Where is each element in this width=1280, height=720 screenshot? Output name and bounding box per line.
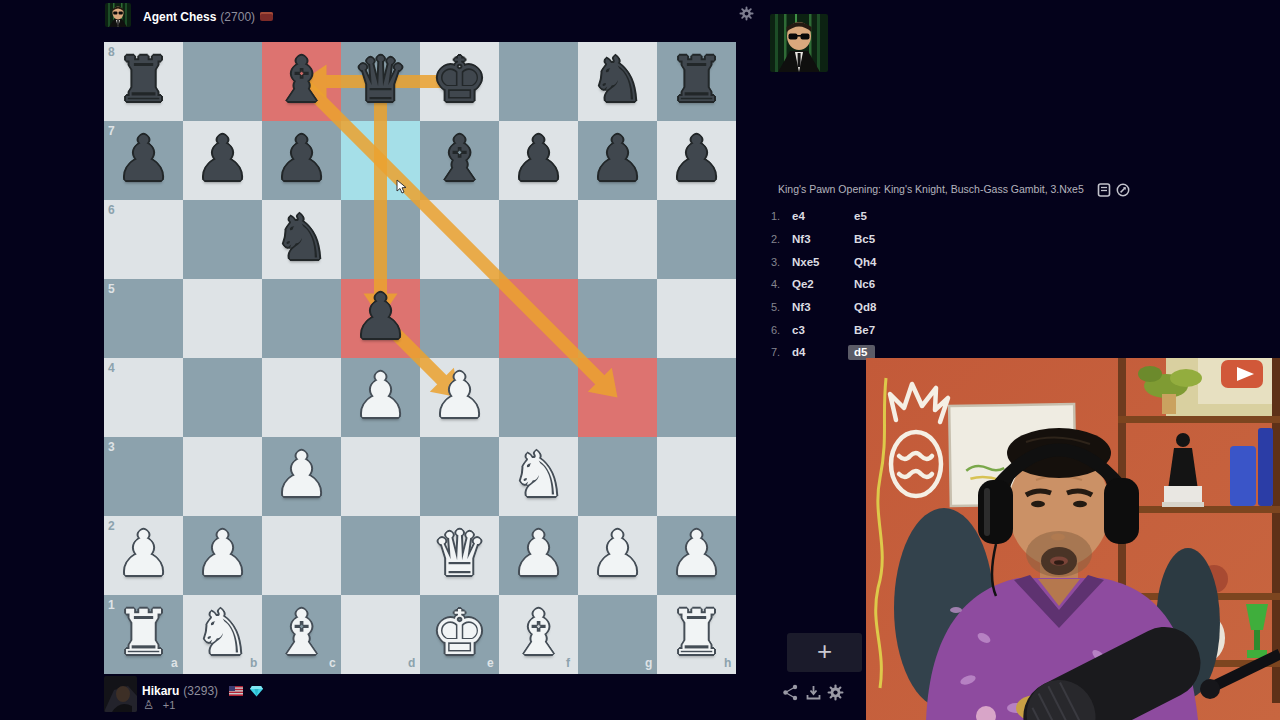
square-h4[interactable] <box>657 358 736 437</box>
square-e4[interactable] <box>420 358 499 437</box>
move-white[interactable]: e4 <box>792 210 854 222</box>
square-h6[interactable] <box>657 200 736 279</box>
square-g8[interactable] <box>578 42 657 121</box>
captured-pawn-icon: ♙ <box>143 698 154 712</box>
square-e1[interactable] <box>420 595 499 674</box>
square-g4[interactable] <box>578 358 657 437</box>
square-c5[interactable] <box>262 279 341 358</box>
bottom-player-bar: Hikaru(3293) <box>142 681 263 699</box>
move-black[interactable]: Bc5 <box>854 233 916 245</box>
material-score: +1 <box>163 699 176 711</box>
square-d2[interactable] <box>341 516 420 595</box>
square-f1[interactable] <box>499 595 578 674</box>
square-c1[interactable] <box>262 595 341 674</box>
blue-mug <box>1230 446 1256 506</box>
square-a6[interactable] <box>104 200 183 279</box>
bottom-player-name[interactable]: Hikaru <box>142 684 179 698</box>
square-b1[interactable] <box>183 595 262 674</box>
top-player-avatar[interactable] <box>105 3 131 27</box>
mouse-cursor <box>396 179 409 199</box>
settings-gear-icon[interactable] <box>827 684 844 705</box>
move-white[interactable]: Nf3 <box>792 301 854 313</box>
top-player-flag-icon <box>260 12 273 21</box>
download-icon[interactable] <box>805 684 822 705</box>
webcam-feed <box>866 358 1280 720</box>
square-e6[interactable] <box>420 200 499 279</box>
move-number: 3. <box>771 256 792 268</box>
square-c2[interactable] <box>262 516 341 595</box>
square-e8[interactable] <box>420 42 499 121</box>
bottom-player-rating: (3293) <box>183 684 218 698</box>
square-e3[interactable] <box>420 437 499 516</box>
square-a2[interactable] <box>104 516 183 595</box>
move-row: 5.Nf3Qd8 <box>765 296 1135 319</box>
material-advantage: ♙ +1 <box>143 698 175 712</box>
square-g5[interactable] <box>578 279 657 358</box>
us-flag-icon <box>229 686 243 696</box>
bottom-player-avatar[interactable] <box>104 676 137 712</box>
square-f5[interactable] <box>499 279 578 358</box>
square-a4[interactable] <box>104 358 183 437</box>
square-a1[interactable] <box>104 595 183 674</box>
move-black[interactable]: Nc6 <box>854 278 916 290</box>
move-number: 1. <box>771 210 792 222</box>
square-e2[interactable] <box>420 516 499 595</box>
move-white[interactable]: Nxe5 <box>792 256 854 268</box>
square-h1[interactable] <box>657 595 736 674</box>
move-white[interactable]: d4 <box>792 346 854 358</box>
square-d6[interactable] <box>341 200 420 279</box>
streamer-avatar[interactable] <box>770 14 828 72</box>
square-c7[interactable] <box>262 121 341 200</box>
square-c4[interactable] <box>262 358 341 437</box>
headphone-left-cup <box>978 480 1013 544</box>
share-icon[interactable] <box>782 684 799 705</box>
square-g1[interactable] <box>578 595 657 674</box>
square-b2[interactable] <box>183 516 262 595</box>
square-e5[interactable] <box>420 279 499 358</box>
square-c6[interactable] <box>262 200 341 279</box>
opening-name: King's Pawn Opening: King's Knight, Busc… <box>778 183 1090 195</box>
square-g3[interactable] <box>578 437 657 516</box>
square-f3[interactable] <box>499 437 578 516</box>
square-a3[interactable] <box>104 437 183 516</box>
square-a8[interactable] <box>104 42 183 121</box>
square-h7[interactable] <box>657 121 736 200</box>
square-d8[interactable] <box>341 42 420 121</box>
square-a5[interactable] <box>104 279 183 358</box>
square-d4[interactable] <box>341 358 420 437</box>
move-row: 6.c3Be7 <box>765 318 1135 341</box>
square-a7[interactable] <box>104 121 183 200</box>
blue-bottle <box>1258 428 1273 506</box>
headphone-right-cup <box>1104 478 1139 544</box>
square-e7[interactable] <box>420 121 499 200</box>
move-row: 1.e4e5 <box>765 205 1135 228</box>
move-number: 6. <box>771 324 792 336</box>
square-h5[interactable] <box>657 279 736 358</box>
move-white[interactable]: c3 <box>792 324 854 336</box>
square-f4[interactable] <box>499 358 578 437</box>
board-settings-gear-icon[interactable] <box>739 6 754 25</box>
chess-board[interactable]: 87654321abcdefgh <box>104 42 736 674</box>
top-player-name[interactable]: Agent Chess <box>143 10 216 24</box>
stream-frame: Agent Chess(2700) 87654321abcdefgh ♜♝♛♚♞… <box>0 0 1280 720</box>
youtube-play-overlay <box>1221 360 1263 388</box>
square-c3[interactable] <box>262 437 341 516</box>
square-d5[interactable] <box>341 279 420 358</box>
move-white[interactable]: Qe2 <box>792 278 854 290</box>
move-black[interactable]: e5 <box>854 210 916 222</box>
square-b3[interactable] <box>183 437 262 516</box>
square-g6[interactable] <box>578 200 657 279</box>
square-d3[interactable] <box>341 437 420 516</box>
move-list: 1.e4e52.Nf3Bc53.Nxe5Qh44.Qe2Nc65.Nf3Qd86… <box>765 205 1135 364</box>
square-b8[interactable] <box>183 42 262 121</box>
move-black[interactable]: Qh4 <box>854 256 916 268</box>
square-g7[interactable] <box>578 121 657 200</box>
move-number: 5. <box>771 301 792 313</box>
move-black[interactable]: Qd8 <box>854 301 916 313</box>
square-h3[interactable] <box>657 437 736 516</box>
square-f7[interactable] <box>499 121 578 200</box>
top-player-rating: (2700) <box>220 10 255 24</box>
analysis-compass-icon[interactable] <box>1116 183 1130 201</box>
add-move-time-button[interactable]: + <box>787 633 862 672</box>
square-b6[interactable] <box>183 200 262 279</box>
move-number: 2. <box>771 233 792 245</box>
move-row: 3.Nxe5Qh4 <box>765 250 1135 273</box>
square-h2[interactable] <box>657 516 736 595</box>
opening-book-icon[interactable] <box>1097 183 1111 201</box>
square-b4[interactable] <box>183 358 262 437</box>
square-b5[interactable] <box>183 279 262 358</box>
move-number: 4. <box>771 278 792 290</box>
move-black[interactable]: Be7 <box>854 324 916 336</box>
diamond-icon <box>250 685 263 697</box>
square-b7[interactable] <box>183 121 262 200</box>
move-row: 4.Qe2Nc6 <box>765 273 1135 296</box>
move-number: 7. <box>771 346 792 358</box>
square-f2[interactable] <box>499 516 578 595</box>
move-row: 2.Nf3Bc5 <box>765 228 1135 251</box>
square-d1[interactable] <box>341 595 420 674</box>
square-f6[interactable] <box>499 200 578 279</box>
square-g2[interactable] <box>578 516 657 595</box>
top-player-bar: Agent Chess(2700) <box>143 7 273 25</box>
square-h8[interactable] <box>657 42 736 121</box>
move-white[interactable]: Nf3 <box>792 233 854 245</box>
square-c8[interactable] <box>262 42 341 121</box>
square-f8[interactable] <box>499 42 578 121</box>
